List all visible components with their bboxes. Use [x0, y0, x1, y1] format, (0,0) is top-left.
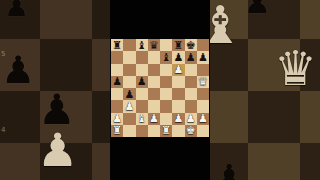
- square-b3: ♟: [123, 100, 135, 112]
- black-pawn-a5: ♟: [112, 76, 122, 87]
- black-pawn-h7: ♟: [198, 51, 208, 62]
- square-e7: ♝: [160, 51, 172, 63]
- square-d6: [148, 64, 160, 76]
- white-pawn-g2: ♟: [186, 113, 196, 124]
- square-g1: ♚: [185, 125, 197, 137]
- black-king-g8: ♚: [186, 39, 196, 50]
- background-strip-right: ♝♛♟♟: [210, 0, 320, 180]
- background-rank-label-4: 4: [1, 127, 5, 134]
- square-e4: [160, 88, 172, 100]
- black-queen-d8: ♛: [149, 39, 159, 50]
- black-bishop-e7: ♝: [161, 51, 171, 62]
- white-pawn-a2: ♟: [112, 113, 122, 124]
- square-f6: ♟: [172, 64, 184, 76]
- square-h4: [197, 88, 209, 100]
- square-c4: [136, 88, 148, 100]
- black-bishop-c8: ♝: [137, 39, 147, 50]
- square-c5: ♟: [136, 76, 148, 88]
- square-g6: [185, 64, 197, 76]
- square-f1: [172, 125, 184, 137]
- square-e3: [160, 100, 172, 112]
- square-g5: [185, 76, 197, 88]
- black-rook-a8: ♜: [112, 39, 122, 50]
- square-f4: [172, 88, 184, 100]
- square-h7: ♟: [197, 51, 209, 63]
- square-a7: [111, 51, 123, 63]
- square-h5: ♛: [197, 76, 209, 88]
- square-c1: [136, 125, 148, 137]
- black-pawn-b4: ♟: [124, 88, 134, 99]
- square-f5: [172, 76, 184, 88]
- black-pawn-g7: ♟: [186, 51, 196, 62]
- square-b8: [123, 39, 135, 51]
- video-frame: 5 4 ♟♟♟♟ ♝♛♟♟ ♜♝♛♜♚♝♟♟♟♟♟♟♛♟♟♟♝♟♟♟♟♜♜♚: [0, 0, 320, 180]
- square-e1: ♜: [160, 125, 172, 137]
- square-b1: [123, 125, 135, 137]
- square-c8: ♝: [136, 39, 148, 51]
- white-rook-a1: ♜: [112, 125, 122, 136]
- square-a4: [111, 88, 123, 100]
- bg-black-pawn-top-left: ♟: [4, 0, 29, 21]
- bg-white-pawn-left-bottom: ♟: [37, 127, 78, 173]
- bg-black-pawn-left-upper: ♟: [1, 51, 35, 89]
- square-c7: [136, 51, 148, 63]
- square-h1: [197, 125, 209, 137]
- white-king-g1: ♚: [186, 125, 196, 136]
- square-f2: ♟: [172, 113, 184, 125]
- white-pawn-d2: ♟: [149, 113, 159, 124]
- square-a5: ♟: [111, 76, 123, 88]
- white-pawn-f2: ♟: [173, 113, 183, 124]
- square-c2: ♝: [136, 113, 148, 125]
- white-pawn-b3: ♟: [124, 100, 134, 111]
- black-pawn-c5: ♟: [137, 76, 147, 87]
- black-pawn-f7: ♟: [173, 51, 183, 62]
- black-rook-f8: ♜: [173, 39, 183, 50]
- square-d7: [148, 51, 160, 63]
- square-b6: [123, 64, 135, 76]
- bg-black-pawn-top-right: ♟: [244, 0, 271, 18]
- bg-white-queen-right: ♛: [274, 44, 317, 92]
- square-d5: [148, 76, 160, 88]
- square-d2: ♟: [148, 113, 160, 125]
- square-e5: [160, 76, 172, 88]
- video-content-strip: ♜♝♛♜♚♝♟♟♟♟♟♟♛♟♟♟♝♟♟♟♟♜♜♚: [110, 0, 210, 180]
- white-rook-e1: ♜: [161, 125, 171, 136]
- square-d4: [148, 88, 160, 100]
- white-bishop-c2: ♝: [137, 113, 147, 124]
- white-queen-h5: ♛: [198, 76, 208, 87]
- chess-board: ♜♝♛♜♚♝♟♟♟♟♟♟♛♟♟♟♝♟♟♟♟♜♜♚: [111, 39, 209, 137]
- square-d1: [148, 125, 160, 137]
- square-g7: ♟: [185, 51, 197, 63]
- square-b7: [123, 51, 135, 63]
- square-d8: ♛: [148, 39, 160, 51]
- square-a8: ♜: [111, 39, 123, 51]
- bg-black-pawn-bottom-right: ♟: [213, 160, 245, 180]
- square-b2: [123, 113, 135, 125]
- square-a1: ♜: [111, 125, 123, 137]
- white-pawn-f6: ♟: [173, 64, 183, 75]
- square-e6: [160, 64, 172, 76]
- square-h2: ♟: [197, 113, 209, 125]
- white-pawn-h2: ♟: [198, 113, 208, 124]
- background-strip-left: 5 4 ♟♟♟♟: [0, 0, 110, 180]
- square-g4: [185, 88, 197, 100]
- bg-white-bishop-top-right: ♝: [210, 0, 244, 51]
